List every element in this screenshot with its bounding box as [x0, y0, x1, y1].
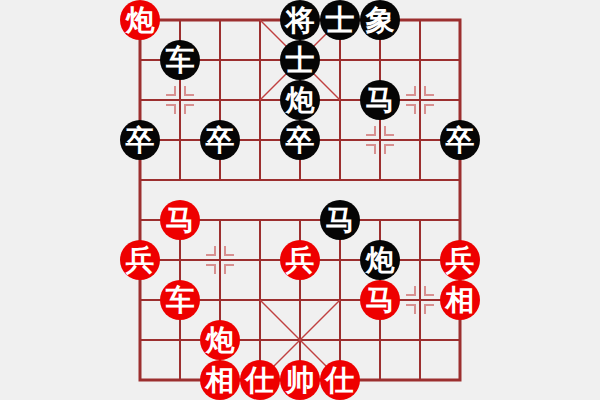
piece-red-advisor[interactable]: 仕 — [320, 360, 360, 400]
xiangqi-app: 炮将士象车士炮马卒卒卒卒马马兵兵炮兵车马相炮相仕帅仕 — [0, 0, 600, 400]
piece-black-advisor[interactable]: 士 — [280, 40, 320, 80]
piece-black-horse[interactable]: 马 — [360, 80, 400, 120]
piece-red-general[interactable]: 帅 — [280, 360, 320, 400]
xiangqi-board[interactable]: 炮将士象车士炮马卒卒卒卒马马兵兵炮兵车马相炮相仕帅仕 — [120, 0, 480, 400]
piece-red-horse[interactable]: 马 — [360, 280, 400, 320]
piece-red-cannon[interactable]: 炮 — [120, 0, 160, 40]
piece-black-soldier[interactable]: 卒 — [440, 120, 480, 160]
piece-red-cannon[interactable]: 炮 — [200, 320, 240, 360]
piece-red-advisor[interactable]: 仕 — [240, 360, 280, 400]
piece-red-soldier[interactable]: 兵 — [280, 240, 320, 280]
piece-black-advisor[interactable]: 士 — [320, 0, 360, 40]
piece-red-soldier[interactable]: 兵 — [120, 240, 160, 280]
piece-black-general[interactable]: 将 — [280, 0, 320, 40]
piece-black-soldier[interactable]: 卒 — [120, 120, 160, 160]
piece-red-chariot[interactable]: 车 — [160, 280, 200, 320]
piece-black-horse[interactable]: 马 — [320, 200, 360, 240]
piece-red-elephant[interactable]: 相 — [440, 280, 480, 320]
piece-black-soldier[interactable]: 卒 — [280, 120, 320, 160]
piece-black-elephant[interactable]: 象 — [360, 0, 400, 40]
piece-red-horse[interactable]: 马 — [160, 200, 200, 240]
piece-red-elephant[interactable]: 相 — [200, 360, 240, 400]
piece-black-chariot[interactable]: 车 — [160, 40, 200, 80]
piece-black-cannon[interactable]: 炮 — [360, 240, 400, 280]
piece-black-cannon[interactable]: 炮 — [280, 80, 320, 120]
piece-black-soldier[interactable]: 卒 — [200, 120, 240, 160]
piece-red-soldier[interactable]: 兵 — [440, 240, 480, 280]
